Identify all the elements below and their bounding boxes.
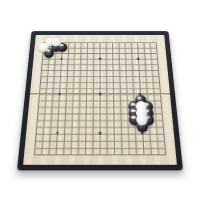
product-photo-scene — [0, 0, 200, 200]
go-board-playing-area — [30, 39, 170, 158]
go-board-frame — [17, 31, 183, 170]
white-stone[interactable] — [136, 114, 148, 125]
go-board-grid[interactable] — [30, 39, 170, 158]
board-perspective-wrap — [17, 31, 183, 170]
go-board-surface — [23, 35, 177, 165]
